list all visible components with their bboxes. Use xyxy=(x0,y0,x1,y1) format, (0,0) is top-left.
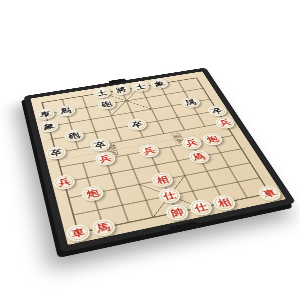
piece-character: 兵 xyxy=(57,177,71,187)
piece-red-仕[interactable]: 仕 xyxy=(156,187,183,205)
piece-character: 車 xyxy=(39,110,51,118)
piece-character: 仕 xyxy=(162,191,177,201)
piece-character: 士 xyxy=(96,90,108,97)
xiangqi-board: 楚河 漢界 士將士象車馬砲象馬砲卒卒卒卒兵兵兵兵炮兵馬炮相仕車馬帥仕相車 xyxy=(30,71,286,245)
piece-character: 炮 xyxy=(205,135,219,143)
piece-black-卒[interactable]: 卒 xyxy=(206,104,229,117)
piece-black-象[interactable]: 象 xyxy=(38,120,59,134)
piece-character: 卒 xyxy=(211,107,224,115)
piece-character: 兵 xyxy=(142,146,156,155)
piece-red-兵[interactable]: 兵 xyxy=(213,116,237,130)
piece-character: 馬 xyxy=(192,152,207,161)
piece-character: 兵 xyxy=(185,139,199,148)
piece-red-相[interactable]: 相 xyxy=(150,171,176,188)
piece-red-兵[interactable]: 兵 xyxy=(52,174,76,191)
piece-red-兵[interactable]: 兵 xyxy=(180,136,204,151)
piece-character: 相 xyxy=(216,197,232,208)
piece-character: 砲 xyxy=(100,101,112,108)
piece-black-士[interactable]: 士 xyxy=(130,81,151,93)
piece-black-士[interactable]: 士 xyxy=(92,87,113,99)
latch-clasp-near xyxy=(169,221,200,234)
piece-black-卒[interactable]: 卒 xyxy=(45,145,68,160)
piece-character: 象 xyxy=(153,80,165,87)
piece-black-馬[interactable]: 馬 xyxy=(56,104,77,117)
piece-character: 帥 xyxy=(169,207,185,218)
product-photo-stage: 楚河 漢界 士將士象車馬砲象馬砲卒卒卒卒兵兵兵兵炮兵馬炮相仕車馬帥仕相車 xyxy=(0,0,300,300)
piece-red-帥[interactable]: 帥 xyxy=(164,203,192,222)
piece-character: 象 xyxy=(43,122,55,130)
piece-character: 車 xyxy=(71,227,86,239)
piece-red-馬[interactable]: 馬 xyxy=(90,218,117,238)
piece-black-卒[interactable]: 卒 xyxy=(89,138,112,153)
board-wood-surface: 楚河 漢界 士將士象車馬砲象馬砲卒卒卒卒兵兵兵兵炮兵馬炮相仕車馬帥仕相車 xyxy=(30,71,286,245)
piece-character: 馬 xyxy=(184,99,197,106)
piece-red-兵[interactable]: 兵 xyxy=(137,143,161,158)
piece-black-車[interactable]: 車 xyxy=(35,108,56,121)
piece-red-炮[interactable]: 炮 xyxy=(80,185,105,203)
piece-layer: 士將士象車馬砲象馬砲卒卒卒卒兵兵兵兵炮兵馬炮相仕車馬帥仕相車 xyxy=(30,71,286,245)
piece-black-將[interactable]: 將 xyxy=(111,84,132,96)
piece-black-卒[interactable]: 卒 xyxy=(126,118,149,132)
piece-character: 仕 xyxy=(193,202,209,213)
piece-character: 炮 xyxy=(85,188,99,198)
piece-character: 卒 xyxy=(94,141,107,150)
piece-black-象[interactable]: 象 xyxy=(149,78,170,90)
piece-red-相[interactable]: 相 xyxy=(210,194,238,213)
piece-character: 兵 xyxy=(218,119,232,127)
piece-red-馬[interactable]: 馬 xyxy=(187,149,212,165)
piece-character: 卒 xyxy=(50,148,63,157)
piece-character: 車 xyxy=(262,188,278,198)
piece-character: 兵 xyxy=(98,154,112,163)
piece-character: 卒 xyxy=(131,121,144,129)
piece-character: 馬 xyxy=(96,222,111,234)
piece-black-馬[interactable]: 馬 xyxy=(180,96,203,109)
piece-character: 砲 xyxy=(68,131,81,139)
piece-black-砲[interactable]: 砲 xyxy=(63,128,85,142)
piece-red-仕[interactable]: 仕 xyxy=(187,198,215,217)
piece-black-砲[interactable]: 砲 xyxy=(96,98,117,111)
piece-red-兵[interactable]: 兵 xyxy=(93,151,117,167)
piece-character: 馬 xyxy=(60,107,72,115)
piece-character: 將 xyxy=(115,86,127,93)
piece-character: 相 xyxy=(155,175,170,185)
piece-red-車[interactable]: 車 xyxy=(65,223,92,244)
piece-red-炮[interactable]: 炮 xyxy=(200,132,225,147)
piece-character: 士 xyxy=(134,83,146,90)
